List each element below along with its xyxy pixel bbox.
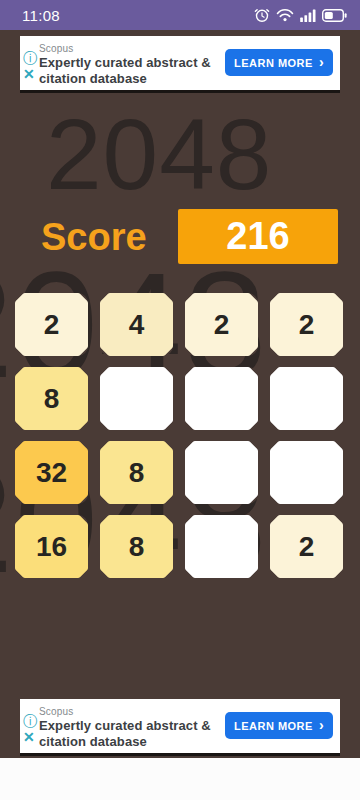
clock-time: 11:08 xyxy=(22,7,60,24)
tile-8: 8 xyxy=(100,515,173,578)
status-icons xyxy=(254,6,347,24)
tile-empty xyxy=(185,515,258,578)
board[interactable]: 242283281682 xyxy=(15,293,343,578)
battery-icon xyxy=(322,9,347,22)
tile-2: 2 xyxy=(270,515,343,578)
score-value-box: 216 xyxy=(178,209,338,264)
cell-signal-icon xyxy=(300,8,316,22)
wifi-icon xyxy=(276,8,294,22)
learn-more-label: LEARN MORE xyxy=(234,57,313,69)
tile-empty xyxy=(185,367,258,430)
tile-empty xyxy=(100,367,173,430)
tile-32: 32 xyxy=(15,441,88,504)
ad-close-icon[interactable]: ✕ xyxy=(23,730,35,744)
phone-screen: 11:08 xyxy=(0,0,360,800)
tile-empty xyxy=(270,441,343,504)
tile-8: 8 xyxy=(15,367,88,430)
alarm-clock-icon xyxy=(254,7,270,23)
score-label: Score xyxy=(41,216,147,259)
tile-2: 2 xyxy=(15,293,88,356)
tile-2: 2 xyxy=(270,293,343,356)
ad-info-icon[interactable]: ⓘ xyxy=(23,714,37,728)
learn-more-button[interactable]: LEARN MORE › xyxy=(225,712,333,739)
tile-empty xyxy=(270,367,343,430)
learn-more-label: LEARN MORE xyxy=(234,720,313,732)
ad-banner-bottom[interactable]: ⓘ ✕ Scopus Expertly curated abstract & c… xyxy=(20,699,340,756)
game-title: 2048 xyxy=(46,104,272,204)
ad-banner-top[interactable]: ⓘ ✕ Scopus Expertly curated abstract & c… xyxy=(20,36,340,93)
tile-4: 4 xyxy=(100,293,173,356)
chevron-right-icon: › xyxy=(319,54,324,70)
tile-empty xyxy=(185,441,258,504)
tile-16: 16 xyxy=(15,515,88,578)
tile-8: 8 xyxy=(100,441,173,504)
ad-info-icon[interactable]: ⓘ xyxy=(23,51,37,65)
tile-2: 2 xyxy=(185,293,258,356)
score-value: 216 xyxy=(226,215,289,258)
ad-close-icon[interactable]: ✕ xyxy=(23,67,35,81)
status-bar: 11:08 xyxy=(0,0,360,30)
navigation-bar: ◁ xyxy=(0,758,360,800)
learn-more-button[interactable]: LEARN MORE › xyxy=(225,49,333,76)
chevron-right-icon: › xyxy=(319,717,324,733)
